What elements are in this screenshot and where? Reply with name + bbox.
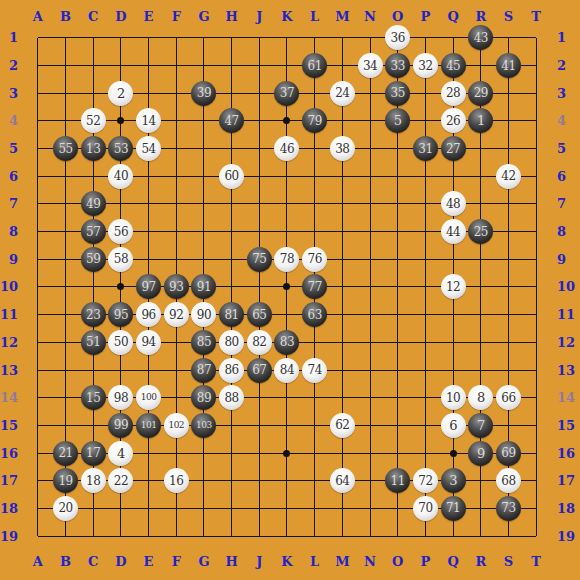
intersection-E9[interactable] xyxy=(135,245,163,273)
intersection-S11[interactable] xyxy=(495,301,523,329)
intersection-T4[interactable] xyxy=(522,107,550,135)
intersection-E5[interactable]: 54 xyxy=(135,135,163,163)
intersection-L3[interactable] xyxy=(301,79,329,107)
intersection-J2[interactable] xyxy=(245,52,273,80)
intersection-P11[interactable] xyxy=(412,301,440,329)
intersection-P14[interactable] xyxy=(412,384,440,412)
intersection-H13[interactable]: 86 xyxy=(218,356,246,384)
intersection-L9[interactable]: 76 xyxy=(301,245,329,273)
intersection-M13[interactable] xyxy=(329,356,357,384)
intersection-C14[interactable]: 15 xyxy=(79,384,107,412)
intersection-P15[interactable] xyxy=(412,412,440,440)
intersection-D18[interactable] xyxy=(107,495,135,523)
intersection-F11[interactable]: 92 xyxy=(162,301,190,329)
intersection-K12[interactable]: 83 xyxy=(273,329,301,357)
intersection-J7[interactable] xyxy=(245,190,273,218)
intersection-F8[interactable] xyxy=(162,218,190,246)
intersection-F17[interactable]: 16 xyxy=(162,467,190,495)
intersection-S14[interactable]: 66 xyxy=(495,384,523,412)
intersection-P13[interactable] xyxy=(412,356,440,384)
intersection-C10[interactable] xyxy=(79,273,107,301)
intersection-J10[interactable] xyxy=(245,273,273,301)
intersection-N16[interactable] xyxy=(356,439,384,467)
intersection-D19[interactable] xyxy=(107,522,135,550)
intersection-O16[interactable] xyxy=(384,439,412,467)
intersection-L14[interactable] xyxy=(301,384,329,412)
intersection-A3[interactable] xyxy=(24,79,52,107)
intersection-N10[interactable] xyxy=(356,273,384,301)
intersection-G15[interactable]: 103 xyxy=(190,412,218,440)
intersection-D3[interactable]: 2 xyxy=(107,79,135,107)
intersection-E4[interactable]: 14 xyxy=(135,107,163,135)
intersection-M6[interactable] xyxy=(329,162,357,190)
intersection-T8[interactable] xyxy=(522,218,550,246)
intersection-Q8[interactable]: 44 xyxy=(439,218,467,246)
intersection-R7[interactable] xyxy=(467,190,495,218)
intersection-D5[interactable]: 53 xyxy=(107,135,135,163)
intersection-N19[interactable] xyxy=(356,522,384,550)
intersection-B17[interactable]: 19 xyxy=(52,467,80,495)
intersection-M7[interactable] xyxy=(329,190,357,218)
intersection-N15[interactable] xyxy=(356,412,384,440)
intersection-D2[interactable] xyxy=(107,52,135,80)
intersection-D17[interactable]: 22 xyxy=(107,467,135,495)
intersection-T16[interactable] xyxy=(522,439,550,467)
intersection-A11[interactable] xyxy=(24,301,52,329)
intersection-O4[interactable]: 5 xyxy=(384,107,412,135)
intersection-O14[interactable] xyxy=(384,384,412,412)
intersection-N11[interactable] xyxy=(356,301,384,329)
intersection-H16[interactable] xyxy=(218,439,246,467)
intersection-H15[interactable] xyxy=(218,412,246,440)
intersection-S8[interactable] xyxy=(495,218,523,246)
intersection-G11[interactable]: 90 xyxy=(190,301,218,329)
intersection-S4[interactable] xyxy=(495,107,523,135)
intersection-L7[interactable] xyxy=(301,190,329,218)
intersection-B15[interactable] xyxy=(52,412,80,440)
intersection-S6[interactable]: 42 xyxy=(495,162,523,190)
intersection-T18[interactable] xyxy=(522,495,550,523)
intersection-C19[interactable] xyxy=(79,522,107,550)
intersection-T14[interactable] xyxy=(522,384,550,412)
intersection-O12[interactable] xyxy=(384,329,412,357)
intersection-N3[interactable] xyxy=(356,79,384,107)
intersection-Q7[interactable]: 48 xyxy=(439,190,467,218)
intersection-L18[interactable] xyxy=(301,495,329,523)
intersection-R18[interactable] xyxy=(467,495,495,523)
intersection-D4[interactable] xyxy=(107,107,135,135)
intersection-F6[interactable] xyxy=(162,162,190,190)
intersection-B11[interactable] xyxy=(52,301,80,329)
intersection-G13[interactable]: 87 xyxy=(190,356,218,384)
intersection-S10[interactable] xyxy=(495,273,523,301)
intersection-Q6[interactable] xyxy=(439,162,467,190)
intersection-C12[interactable]: 51 xyxy=(79,329,107,357)
intersection-S1[interactable] xyxy=(495,24,523,52)
intersection-Q5[interactable]: 27 xyxy=(439,135,467,163)
intersection-K14[interactable] xyxy=(273,384,301,412)
intersection-B3[interactable] xyxy=(52,79,80,107)
intersection-A1[interactable] xyxy=(24,24,52,52)
intersection-J18[interactable] xyxy=(245,495,273,523)
intersection-D10[interactable] xyxy=(107,273,135,301)
intersection-P16[interactable] xyxy=(412,439,440,467)
intersection-A9[interactable] xyxy=(24,245,52,273)
intersection-L17[interactable] xyxy=(301,467,329,495)
intersection-A8[interactable] xyxy=(24,218,52,246)
intersection-R17[interactable] xyxy=(467,467,495,495)
intersection-K2[interactable] xyxy=(273,52,301,80)
intersection-R11[interactable] xyxy=(467,301,495,329)
intersection-N2[interactable]: 34 xyxy=(356,52,384,80)
intersection-A5[interactable] xyxy=(24,135,52,163)
intersection-T17[interactable] xyxy=(522,467,550,495)
intersection-C15[interactable] xyxy=(79,412,107,440)
intersection-D7[interactable] xyxy=(107,190,135,218)
intersection-E17[interactable] xyxy=(135,467,163,495)
intersection-J12[interactable]: 82 xyxy=(245,329,273,357)
intersection-E2[interactable] xyxy=(135,52,163,80)
intersection-O13[interactable] xyxy=(384,356,412,384)
intersection-R15[interactable]: 7 xyxy=(467,412,495,440)
intersection-E8[interactable] xyxy=(135,218,163,246)
intersection-C6[interactable] xyxy=(79,162,107,190)
intersection-K19[interactable] xyxy=(273,522,301,550)
intersection-T5[interactable] xyxy=(522,135,550,163)
intersection-F19[interactable] xyxy=(162,522,190,550)
intersection-E18[interactable] xyxy=(135,495,163,523)
intersection-P19[interactable] xyxy=(412,522,440,550)
intersection-P8[interactable] xyxy=(412,218,440,246)
intersection-N7[interactable] xyxy=(356,190,384,218)
intersection-A18[interactable] xyxy=(24,495,52,523)
intersection-R10[interactable] xyxy=(467,273,495,301)
intersection-O8[interactable] xyxy=(384,218,412,246)
intersection-D14[interactable]: 98 xyxy=(107,384,135,412)
intersection-J6[interactable] xyxy=(245,162,273,190)
intersection-B5[interactable]: 55 xyxy=(52,135,80,163)
intersection-H8[interactable] xyxy=(218,218,246,246)
intersection-L12[interactable] xyxy=(301,329,329,357)
intersection-T9[interactable] xyxy=(522,245,550,273)
intersection-O6[interactable] xyxy=(384,162,412,190)
intersection-A7[interactable] xyxy=(24,190,52,218)
intersection-H11[interactable]: 81 xyxy=(218,301,246,329)
intersection-Q1[interactable] xyxy=(439,24,467,52)
intersection-A17[interactable] xyxy=(24,467,52,495)
intersection-E19[interactable] xyxy=(135,522,163,550)
intersection-P4[interactable] xyxy=(412,107,440,135)
intersection-K8[interactable] xyxy=(273,218,301,246)
intersection-H7[interactable] xyxy=(218,190,246,218)
intersection-M11[interactable] xyxy=(329,301,357,329)
intersection-E12[interactable]: 94 xyxy=(135,329,163,357)
intersection-O3[interactable]: 35 xyxy=(384,79,412,107)
intersection-M17[interactable]: 64 xyxy=(329,467,357,495)
intersection-P5[interactable]: 31 xyxy=(412,135,440,163)
intersection-S9[interactable] xyxy=(495,245,523,273)
intersection-K6[interactable] xyxy=(273,162,301,190)
intersection-N4[interactable] xyxy=(356,107,384,135)
intersection-O2[interactable]: 33 xyxy=(384,52,412,80)
intersection-A12[interactable] xyxy=(24,329,52,357)
intersection-M2[interactable] xyxy=(329,52,357,80)
intersection-J11[interactable]: 65 xyxy=(245,301,273,329)
intersection-D13[interactable] xyxy=(107,356,135,384)
intersection-F2[interactable] xyxy=(162,52,190,80)
intersection-G4[interactable] xyxy=(190,107,218,135)
intersection-K3[interactable]: 37 xyxy=(273,79,301,107)
intersection-Q3[interactable]: 28 xyxy=(439,79,467,107)
intersection-L4[interactable]: 79 xyxy=(301,107,329,135)
intersection-N13[interactable] xyxy=(356,356,384,384)
intersection-H9[interactable] xyxy=(218,245,246,273)
intersection-R5[interactable] xyxy=(467,135,495,163)
intersection-Q9[interactable] xyxy=(439,245,467,273)
intersection-E7[interactable] xyxy=(135,190,163,218)
intersection-R9[interactable] xyxy=(467,245,495,273)
intersection-Q2[interactable]: 45 xyxy=(439,52,467,80)
intersection-O15[interactable] xyxy=(384,412,412,440)
intersection-T1[interactable] xyxy=(522,24,550,52)
intersection-K13[interactable]: 84 xyxy=(273,356,301,384)
intersection-T3[interactable] xyxy=(522,79,550,107)
intersection-T19[interactable] xyxy=(522,522,550,550)
intersection-A10[interactable] xyxy=(24,273,52,301)
intersection-A14[interactable] xyxy=(24,384,52,412)
intersection-N6[interactable] xyxy=(356,162,384,190)
intersection-D16[interactable]: 4 xyxy=(107,439,135,467)
intersection-R3[interactable]: 29 xyxy=(467,79,495,107)
intersection-Q16[interactable] xyxy=(439,439,467,467)
intersection-G3[interactable]: 39 xyxy=(190,79,218,107)
intersection-F15[interactable]: 102 xyxy=(162,412,190,440)
intersection-M12[interactable] xyxy=(329,329,357,357)
intersection-S16[interactable]: 69 xyxy=(495,439,523,467)
intersection-P9[interactable] xyxy=(412,245,440,273)
intersection-M8[interactable] xyxy=(329,218,357,246)
intersection-L10[interactable]: 77 xyxy=(301,273,329,301)
intersection-F18[interactable] xyxy=(162,495,190,523)
intersection-Q18[interactable]: 71 xyxy=(439,495,467,523)
intersection-K9[interactable]: 78 xyxy=(273,245,301,273)
intersection-A13[interactable] xyxy=(24,356,52,384)
intersection-F9[interactable] xyxy=(162,245,190,273)
intersection-H19[interactable] xyxy=(218,522,246,550)
intersection-F16[interactable] xyxy=(162,439,190,467)
intersection-G18[interactable] xyxy=(190,495,218,523)
intersection-R16[interactable]: 9 xyxy=(467,439,495,467)
intersection-G14[interactable]: 89 xyxy=(190,384,218,412)
intersection-L1[interactable] xyxy=(301,24,329,52)
intersection-B12[interactable] xyxy=(52,329,80,357)
intersection-H4[interactable]: 47 xyxy=(218,107,246,135)
intersection-A15[interactable] xyxy=(24,412,52,440)
intersection-B1[interactable] xyxy=(52,24,80,52)
intersection-L2[interactable]: 61 xyxy=(301,52,329,80)
intersection-P3[interactable] xyxy=(412,79,440,107)
intersection-B4[interactable] xyxy=(52,107,80,135)
intersection-G1[interactable] xyxy=(190,24,218,52)
intersection-F7[interactable] xyxy=(162,190,190,218)
intersection-D6[interactable]: 40 xyxy=(107,162,135,190)
intersection-S13[interactable] xyxy=(495,356,523,384)
intersection-L19[interactable] xyxy=(301,522,329,550)
intersection-N9[interactable] xyxy=(356,245,384,273)
intersection-H1[interactable] xyxy=(218,24,246,52)
intersection-J3[interactable] xyxy=(245,79,273,107)
intersection-M10[interactable] xyxy=(329,273,357,301)
intersection-G8[interactable] xyxy=(190,218,218,246)
intersection-N12[interactable] xyxy=(356,329,384,357)
intersection-G16[interactable] xyxy=(190,439,218,467)
intersection-Q14[interactable]: 10 xyxy=(439,384,467,412)
intersection-R14[interactable]: 8 xyxy=(467,384,495,412)
intersection-K5[interactable]: 46 xyxy=(273,135,301,163)
intersection-T10[interactable] xyxy=(522,273,550,301)
intersection-E1[interactable] xyxy=(135,24,163,52)
intersection-S3[interactable] xyxy=(495,79,523,107)
intersection-C11[interactable]: 23 xyxy=(79,301,107,329)
intersection-P2[interactable]: 32 xyxy=(412,52,440,80)
intersection-O19[interactable] xyxy=(384,522,412,550)
intersection-S17[interactable]: 68 xyxy=(495,467,523,495)
intersection-J14[interactable] xyxy=(245,384,273,412)
intersection-C16[interactable]: 17 xyxy=(79,439,107,467)
intersection-H3[interactable] xyxy=(218,79,246,107)
intersection-C5[interactable]: 13 xyxy=(79,135,107,163)
intersection-F14[interactable] xyxy=(162,384,190,412)
intersection-O1[interactable]: 36 xyxy=(384,24,412,52)
intersection-T13[interactable] xyxy=(522,356,550,384)
intersection-T6[interactable] xyxy=(522,162,550,190)
intersection-S2[interactable]: 41 xyxy=(495,52,523,80)
intersection-G9[interactable] xyxy=(190,245,218,273)
intersection-B16[interactable]: 21 xyxy=(52,439,80,467)
intersection-O17[interactable]: 11 xyxy=(384,467,412,495)
intersection-Q13[interactable] xyxy=(439,356,467,384)
intersection-O11[interactable] xyxy=(384,301,412,329)
intersection-S18[interactable]: 73 xyxy=(495,495,523,523)
intersection-Q19[interactable] xyxy=(439,522,467,550)
intersection-H2[interactable] xyxy=(218,52,246,80)
intersection-R1[interactable]: 43 xyxy=(467,24,495,52)
intersection-B6[interactable] xyxy=(52,162,80,190)
intersection-K15[interactable] xyxy=(273,412,301,440)
intersection-C7[interactable]: 49 xyxy=(79,190,107,218)
intersection-S12[interactable] xyxy=(495,329,523,357)
intersection-R13[interactable] xyxy=(467,356,495,384)
intersection-Q17[interactable]: 3 xyxy=(439,467,467,495)
intersection-D9[interactable]: 58 xyxy=(107,245,135,273)
intersection-J16[interactable] xyxy=(245,439,273,467)
intersection-O5[interactable] xyxy=(384,135,412,163)
intersection-M19[interactable] xyxy=(329,522,357,550)
intersection-H10[interactable] xyxy=(218,273,246,301)
intersection-F3[interactable] xyxy=(162,79,190,107)
intersection-M14[interactable] xyxy=(329,384,357,412)
intersection-M3[interactable]: 24 xyxy=(329,79,357,107)
intersection-A19[interactable] xyxy=(24,522,52,550)
intersection-C9[interactable]: 59 xyxy=(79,245,107,273)
intersection-F13[interactable] xyxy=(162,356,190,384)
intersection-A4[interactable] xyxy=(24,107,52,135)
intersection-B8[interactable] xyxy=(52,218,80,246)
intersection-S5[interactable] xyxy=(495,135,523,163)
intersection-Q4[interactable]: 26 xyxy=(439,107,467,135)
intersection-E16[interactable] xyxy=(135,439,163,467)
intersection-C3[interactable] xyxy=(79,79,107,107)
intersection-S7[interactable] xyxy=(495,190,523,218)
intersection-J17[interactable] xyxy=(245,467,273,495)
intersection-E14[interactable]: 100 xyxy=(135,384,163,412)
intersection-A16[interactable] xyxy=(24,439,52,467)
intersection-Q12[interactable] xyxy=(439,329,467,357)
intersection-Q10[interactable]: 12 xyxy=(439,273,467,301)
intersection-P1[interactable] xyxy=(412,24,440,52)
intersection-P7[interactable] xyxy=(412,190,440,218)
intersection-E10[interactable]: 97 xyxy=(135,273,163,301)
intersection-N8[interactable] xyxy=(356,218,384,246)
intersection-A6[interactable] xyxy=(24,162,52,190)
intersection-L15[interactable] xyxy=(301,412,329,440)
intersection-S15[interactable] xyxy=(495,412,523,440)
intersection-C8[interactable]: 57 xyxy=(79,218,107,246)
intersection-G19[interactable] xyxy=(190,522,218,550)
intersection-J19[interactable] xyxy=(245,522,273,550)
intersection-N18[interactable] xyxy=(356,495,384,523)
intersection-Q11[interactable] xyxy=(439,301,467,329)
intersection-G7[interactable] xyxy=(190,190,218,218)
intersection-K17[interactable] xyxy=(273,467,301,495)
intersection-M5[interactable]: 38 xyxy=(329,135,357,163)
intersection-J5[interactable] xyxy=(245,135,273,163)
intersection-K7[interactable] xyxy=(273,190,301,218)
intersection-L11[interactable]: 63 xyxy=(301,301,329,329)
intersection-B7[interactable] xyxy=(52,190,80,218)
intersection-R19[interactable] xyxy=(467,522,495,550)
intersection-J9[interactable]: 75 xyxy=(245,245,273,273)
intersection-N5[interactable] xyxy=(356,135,384,163)
intersection-G5[interactable] xyxy=(190,135,218,163)
intersection-H12[interactable]: 80 xyxy=(218,329,246,357)
intersection-B10[interactable] xyxy=(52,273,80,301)
intersection-E13[interactable] xyxy=(135,356,163,384)
intersection-M1[interactable] xyxy=(329,24,357,52)
intersection-G10[interactable]: 91 xyxy=(190,273,218,301)
intersection-E11[interactable]: 96 xyxy=(135,301,163,329)
intersection-R2[interactable] xyxy=(467,52,495,80)
intersection-B13[interactable] xyxy=(52,356,80,384)
intersection-P17[interactable]: 72 xyxy=(412,467,440,495)
intersection-T15[interactable] xyxy=(522,412,550,440)
intersection-O7[interactable] xyxy=(384,190,412,218)
intersection-D8[interactable]: 56 xyxy=(107,218,135,246)
intersection-N14[interactable] xyxy=(356,384,384,412)
intersection-S19[interactable] xyxy=(495,522,523,550)
intersection-J4[interactable] xyxy=(245,107,273,135)
intersection-P10[interactable] xyxy=(412,273,440,301)
intersection-E15[interactable]: 101 xyxy=(135,412,163,440)
intersection-B19[interactable] xyxy=(52,522,80,550)
intersection-B14[interactable] xyxy=(52,384,80,412)
intersection-G2[interactable] xyxy=(190,52,218,80)
intersection-E3[interactable] xyxy=(135,79,163,107)
intersection-O9[interactable] xyxy=(384,245,412,273)
intersection-T7[interactable] xyxy=(522,190,550,218)
intersection-J1[interactable] xyxy=(245,24,273,52)
intersection-D15[interactable]: 99 xyxy=(107,412,135,440)
